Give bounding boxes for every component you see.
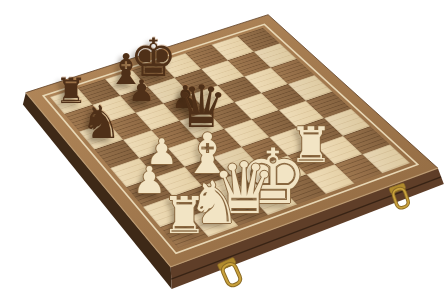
chess-set-photo: ♚♝♟♜♟♛♞♜♟♝♟♚♛♞♜ bbox=[0, 0, 448, 299]
